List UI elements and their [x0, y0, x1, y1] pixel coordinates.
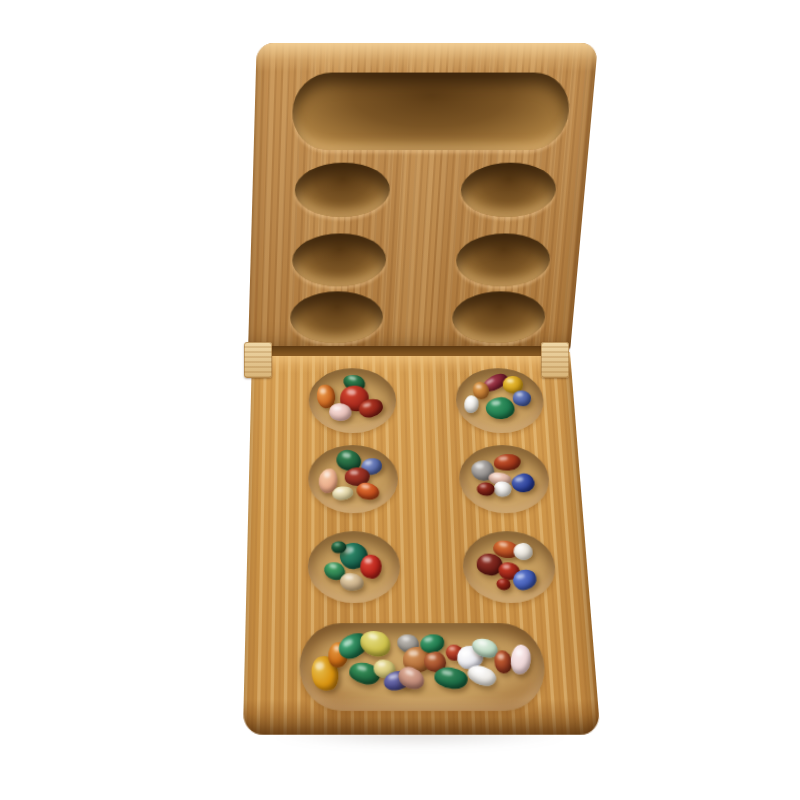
olive-yellow-stone — [358, 627, 394, 659]
white-stone — [512, 542, 534, 561]
base-store-pit[interactable] — [299, 623, 547, 711]
red-small-stone — [496, 578, 511, 590]
white-stone — [463, 394, 479, 414]
white-stone — [493, 481, 512, 497]
pink-white-stone — [329, 403, 352, 421]
dark-red-stone — [477, 482, 495, 495]
tan-stone — [339, 572, 364, 592]
base-pit-row2-left[interactable] — [308, 445, 399, 513]
orange-red-stone — [355, 481, 380, 501]
white-pearl-stone — [466, 662, 498, 689]
lid-pit-row3-left[interactable] — [289, 291, 384, 343]
lid-pit-row1-right[interactable] — [459, 163, 558, 217]
base-pit-row3-left[interactable] — [308, 531, 401, 603]
lid-pit-row2-left[interactable] — [291, 233, 387, 286]
pale-yellow-stone — [332, 486, 354, 501]
dark-green-stone — [434, 665, 469, 691]
pink-white-stone — [509, 643, 532, 676]
blue-stone — [510, 472, 537, 494]
hinge-seam — [250, 346, 568, 356]
red-brown-stone — [493, 453, 522, 472]
hinge-tab-left — [244, 342, 272, 378]
red-stone — [360, 555, 382, 579]
lid-store-pit[interactable] — [291, 73, 572, 150]
base-pit-row2-right[interactable] — [458, 445, 551, 513]
lid-pit-row3-right[interactable] — [451, 291, 548, 343]
mancala-lid-board — [248, 43, 598, 352]
green-stone — [484, 396, 515, 420]
base-pit-row3-right[interactable] — [462, 531, 558, 603]
dark-green-small-stone — [331, 541, 346, 553]
base-pit-row1-left[interactable] — [309, 368, 397, 433]
lid-pit-row1-left[interactable] — [294, 163, 391, 217]
lid-pit-row2-right[interactable] — [454, 233, 552, 286]
mancala-board-photo — [0, 0, 800, 800]
blue-stone — [512, 391, 531, 407]
hinge-tab-right — [541, 342, 569, 378]
base-pit-row1-right[interactable] — [455, 368, 546, 433]
mancala-base-board — [243, 352, 601, 735]
